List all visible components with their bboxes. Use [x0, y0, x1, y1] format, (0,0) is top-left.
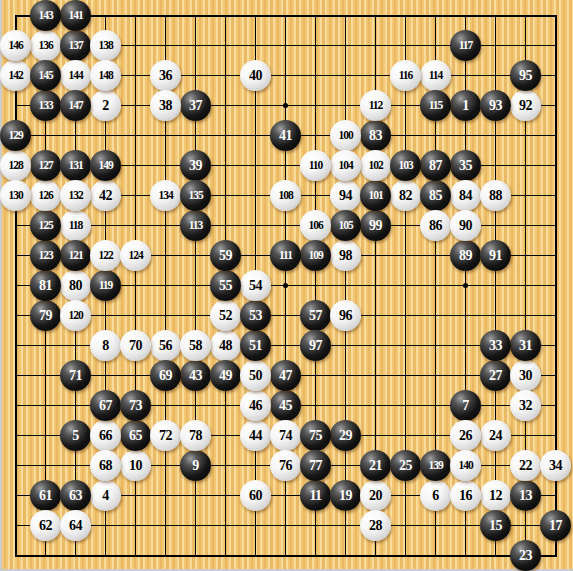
stone-white-94: 94	[330, 180, 361, 211]
stone-black-15: 15	[480, 510, 511, 541]
stone-white-58: 58	[180, 330, 211, 361]
move-number: 134	[158, 190, 172, 202]
stone-white-114: 114	[420, 60, 451, 91]
stone-black-129: 129	[0, 120, 31, 151]
move-number: 148	[98, 70, 112, 82]
stone-black-147: 147	[60, 90, 91, 121]
stone-white-26: 26	[450, 420, 481, 451]
move-number: 111	[279, 250, 292, 262]
stone-white-88: 88	[480, 180, 511, 211]
move-number: 6	[432, 489, 439, 503]
move-number: 89	[459, 249, 472, 263]
stone-white-98: 98	[330, 240, 361, 271]
move-number: 32	[519, 399, 532, 413]
move-number: 113	[189, 220, 203, 232]
stone-black-79: 79	[30, 300, 61, 331]
move-number: 147	[68, 100, 82, 112]
stone-black-75: 75	[300, 420, 331, 451]
move-number: 25	[399, 459, 412, 473]
move-number: 2	[102, 99, 109, 113]
move-number: 38	[159, 99, 172, 113]
move-number: 105	[338, 220, 352, 232]
move-number: 128	[8, 160, 22, 172]
grid-line-horizontal	[15, 555, 557, 557]
stone-black-63: 63	[60, 480, 91, 511]
move-number: 109	[308, 250, 322, 262]
stone-white-38: 38	[150, 90, 181, 121]
move-number: 117	[459, 40, 473, 52]
move-number: 116	[399, 70, 413, 82]
stone-white-46: 46	[240, 390, 271, 421]
stone-black-121: 121	[60, 240, 91, 271]
stone-white-128: 128	[0, 150, 31, 181]
move-number: 84	[459, 189, 472, 203]
move-number: 137	[68, 40, 82, 52]
stone-white-110: 110	[300, 150, 331, 181]
stone-white-134: 134	[150, 180, 181, 211]
stone-white-4: 4	[90, 480, 121, 511]
move-number: 76	[279, 459, 292, 473]
move-number: 40	[249, 69, 262, 83]
grid-line-horizontal	[15, 525, 557, 526]
stone-white-68: 68	[90, 450, 121, 481]
stone-black-19: 19	[330, 480, 361, 511]
stone-black-31: 31	[510, 330, 541, 361]
stone-black-83: 83	[360, 120, 391, 151]
stone-white-24: 24	[480, 420, 511, 451]
stone-white-74: 74	[270, 420, 301, 451]
move-number: 12	[489, 489, 502, 503]
move-number: 144	[68, 70, 82, 82]
move-number: 59	[219, 249, 232, 263]
stone-white-130: 130	[0, 180, 31, 211]
move-number: 13	[519, 489, 532, 503]
move-number: 70	[129, 339, 142, 353]
grid-line-horizontal	[15, 315, 557, 316]
move-number: 118	[69, 220, 83, 232]
stone-white-42: 42	[90, 180, 121, 211]
move-number: 11	[309, 489, 321, 503]
move-number: 146	[8, 40, 22, 52]
move-number: 127	[38, 160, 52, 172]
move-number: 27	[489, 369, 502, 383]
stone-white-62: 62	[30, 510, 61, 541]
stone-white-82: 82	[390, 180, 421, 211]
stone-white-10: 10	[120, 450, 151, 481]
stone-black-23: 23	[510, 540, 541, 571]
stone-black-139: 139	[420, 450, 451, 481]
stone-white-84: 84	[450, 180, 481, 211]
stone-white-48: 48	[210, 330, 241, 361]
move-number: 98	[339, 249, 352, 263]
move-number: 96	[339, 309, 352, 323]
move-number: 19	[339, 489, 352, 503]
move-number: 31	[519, 339, 532, 353]
stone-white-140: 140	[450, 450, 481, 481]
move-number: 54	[249, 279, 262, 293]
stone-black-45: 45	[270, 390, 301, 421]
move-number: 66	[99, 429, 112, 443]
stone-black-9: 9	[180, 450, 211, 481]
move-number: 44	[249, 429, 262, 443]
stone-white-70: 70	[120, 330, 151, 361]
move-number: 30	[519, 369, 532, 383]
move-number: 97	[309, 339, 322, 353]
stone-black-123: 123	[30, 240, 61, 271]
move-number: 68	[99, 459, 112, 473]
move-number: 79	[39, 309, 52, 323]
move-number: 85	[429, 189, 442, 203]
move-number: 46	[249, 399, 262, 413]
move-number: 87	[429, 159, 442, 173]
move-number: 53	[249, 309, 262, 323]
stone-white-104: 104	[330, 150, 361, 181]
move-number: 7	[462, 399, 469, 413]
move-number: 4	[102, 489, 109, 503]
move-number: 9	[192, 459, 199, 473]
stone-white-118: 118	[60, 210, 91, 241]
move-number: 75	[309, 429, 322, 443]
stone-black-115: 115	[420, 90, 451, 121]
move-number: 81	[39, 279, 52, 293]
stone-white-108: 108	[270, 180, 301, 211]
move-number: 110	[309, 160, 323, 172]
move-number: 145	[38, 70, 52, 82]
stone-white-142: 142	[0, 60, 31, 91]
stone-black-81: 81	[30, 270, 61, 301]
move-number: 41	[279, 129, 292, 143]
move-number: 142	[8, 70, 22, 82]
stone-black-47: 47	[270, 360, 301, 391]
move-number: 80	[69, 279, 82, 293]
stone-black-145: 145	[30, 60, 61, 91]
stone-white-112: 112	[360, 90, 391, 121]
stone-white-22: 22	[510, 450, 541, 481]
stone-white-50: 50	[240, 360, 271, 391]
move-number: 108	[278, 190, 292, 202]
move-number: 129	[8, 130, 22, 142]
move-number: 121	[68, 250, 82, 262]
move-number: 92	[519, 99, 532, 113]
stone-black-103: 103	[390, 150, 421, 181]
move-number: 91	[489, 249, 502, 263]
move-number: 20	[369, 489, 382, 503]
move-number: 136	[38, 40, 52, 52]
move-number: 24	[489, 429, 502, 443]
stone-white-136: 136	[30, 30, 61, 61]
stone-black-105: 105	[330, 210, 361, 241]
move-number: 35	[459, 159, 472, 173]
stone-black-89: 89	[450, 240, 481, 271]
move-number: 16	[459, 489, 472, 503]
move-number: 99	[369, 219, 382, 233]
move-number: 100	[338, 130, 352, 142]
stone-white-66: 66	[90, 420, 121, 451]
stone-black-141: 141	[60, 0, 91, 31]
stone-white-148: 148	[90, 60, 121, 91]
move-number: 90	[459, 219, 472, 233]
move-number: 10	[129, 459, 142, 473]
move-number: 55	[219, 279, 232, 293]
stone-black-109: 109	[300, 240, 331, 271]
stone-black-7: 7	[450, 390, 481, 421]
move-number: 5	[72, 429, 79, 443]
stone-white-32: 32	[510, 390, 541, 421]
stone-black-77: 77	[300, 450, 331, 481]
stone-white-144: 144	[60, 60, 91, 91]
stone-white-44: 44	[240, 420, 271, 451]
move-number: 50	[249, 369, 262, 383]
move-number: 47	[279, 369, 292, 383]
move-number: 83	[369, 129, 382, 143]
stone-white-54: 54	[240, 270, 271, 301]
move-number: 119	[99, 280, 113, 292]
move-number: 138	[98, 40, 112, 52]
move-number: 21	[369, 459, 382, 473]
stone-white-8: 8	[90, 330, 121, 361]
move-number: 17	[549, 519, 562, 533]
move-number: 77	[309, 459, 322, 473]
move-number: 36	[159, 69, 172, 83]
stone-black-49: 49	[210, 360, 241, 391]
move-number: 37	[189, 99, 202, 113]
move-number: 93	[489, 99, 502, 113]
move-number: 45	[279, 399, 292, 413]
stone-white-12: 12	[480, 480, 511, 511]
move-number: 86	[429, 219, 442, 233]
move-number: 72	[159, 429, 172, 443]
move-number: 101	[368, 190, 382, 202]
stone-white-138: 138	[90, 30, 121, 61]
stone-black-133: 133	[30, 90, 61, 121]
stone-white-60: 60	[240, 480, 271, 511]
move-number: 130	[8, 190, 22, 202]
move-number: 58	[189, 339, 202, 353]
move-number: 42	[99, 189, 112, 203]
star-point	[283, 283, 288, 288]
grid-line-vertical	[15, 15, 17, 557]
stone-white-102: 102	[360, 150, 391, 181]
grid-line-horizontal	[15, 15, 557, 17]
star-point	[463, 283, 468, 288]
move-number: 124	[128, 250, 142, 262]
stone-white-124: 124	[120, 240, 151, 271]
move-number: 29	[339, 429, 352, 443]
move-number: 123	[38, 250, 52, 262]
stone-black-87: 87	[420, 150, 451, 181]
stone-white-92: 92	[510, 90, 541, 121]
stone-white-72: 72	[150, 420, 181, 451]
move-number: 140	[458, 460, 472, 472]
stone-white-146: 146	[0, 30, 31, 61]
stone-black-57: 57	[300, 300, 331, 331]
stone-white-126: 126	[30, 180, 61, 211]
move-number: 65	[129, 429, 142, 443]
stone-white-20: 20	[360, 480, 391, 511]
stone-black-51: 51	[240, 330, 271, 361]
stone-white-76: 76	[270, 450, 301, 481]
stone-white-2: 2	[90, 90, 121, 121]
stone-black-5: 5	[60, 420, 91, 451]
stone-white-16: 16	[450, 480, 481, 511]
stone-white-40: 40	[240, 60, 271, 91]
stone-black-37: 37	[180, 90, 211, 121]
go-board[interactable]: 1245678910111213151617192021222324252627…	[0, 0, 573, 571]
stone-white-78: 78	[180, 420, 211, 451]
move-number: 135	[188, 190, 202, 202]
stone-white-56: 56	[150, 330, 181, 361]
stone-white-6: 6	[420, 480, 451, 511]
move-number: 103	[398, 160, 412, 172]
stone-black-41: 41	[270, 120, 301, 151]
stone-black-95: 95	[510, 60, 541, 91]
stone-black-39: 39	[180, 150, 211, 181]
stone-white-28: 28	[360, 510, 391, 541]
move-number: 122	[98, 250, 112, 262]
stone-white-34: 34	[540, 450, 571, 481]
stone-black-127: 127	[30, 150, 61, 181]
stone-black-59: 59	[210, 240, 241, 271]
stone-black-85: 85	[420, 180, 451, 211]
stone-black-143: 143	[30, 0, 61, 31]
stone-black-125: 125	[30, 210, 61, 241]
move-number: 82	[399, 189, 412, 203]
stone-white-86: 86	[420, 210, 451, 241]
stone-black-149: 149	[90, 150, 121, 181]
move-number: 71	[69, 369, 82, 383]
move-number: 22	[519, 459, 532, 473]
move-number: 126	[38, 190, 52, 202]
stone-black-17: 17	[540, 510, 571, 541]
stone-black-73: 73	[120, 390, 151, 421]
move-number: 112	[369, 100, 383, 112]
move-number: 114	[429, 70, 443, 82]
move-number: 15	[489, 519, 502, 533]
move-number: 67	[99, 399, 112, 413]
move-number: 1	[462, 99, 469, 113]
move-number: 94	[339, 189, 352, 203]
stone-black-131: 131	[60, 150, 91, 181]
move-number: 64	[69, 519, 82, 533]
stone-black-33: 33	[480, 330, 511, 361]
stone-black-111: 111	[270, 240, 301, 271]
stone-black-35: 35	[450, 150, 481, 181]
stone-black-101: 101	[360, 180, 391, 211]
stone-black-113: 113	[180, 210, 211, 241]
move-number: 60	[249, 489, 262, 503]
stone-black-135: 135	[180, 180, 211, 211]
stone-white-36: 36	[150, 60, 181, 91]
move-number: 120	[68, 310, 82, 322]
move-number: 61	[39, 489, 52, 503]
move-number: 95	[519, 69, 532, 83]
stone-black-53: 53	[240, 300, 271, 331]
stone-black-99: 99	[360, 210, 391, 241]
move-number: 74	[279, 429, 292, 443]
stone-black-13: 13	[510, 480, 541, 511]
move-number: 34	[549, 459, 562, 473]
move-number: 33	[489, 339, 502, 353]
move-number: 8	[102, 339, 109, 353]
stone-black-137: 137	[60, 30, 91, 61]
move-number: 106	[308, 220, 322, 232]
move-number: 26	[459, 429, 472, 443]
move-number: 49	[219, 369, 232, 383]
stone-black-55: 55	[210, 270, 241, 301]
stone-black-29: 29	[330, 420, 361, 451]
stone-white-64: 64	[60, 510, 91, 541]
move-number: 62	[39, 519, 52, 533]
stone-black-61: 61	[30, 480, 61, 511]
stone-black-91: 91	[480, 240, 511, 271]
stone-black-25: 25	[390, 450, 421, 481]
move-number: 133	[38, 100, 52, 112]
stone-black-1: 1	[450, 90, 481, 121]
move-number: 73	[129, 399, 142, 413]
stone-black-27: 27	[480, 360, 511, 391]
stone-white-52: 52	[210, 300, 241, 331]
stone-white-96: 96	[330, 300, 361, 331]
stone-white-132: 132	[60, 180, 91, 211]
move-number: 78	[189, 429, 202, 443]
move-number: 23	[519, 549, 532, 563]
move-number: 115	[429, 100, 443, 112]
stone-white-80: 80	[60, 270, 91, 301]
stone-white-100: 100	[330, 120, 361, 151]
move-number: 149	[98, 160, 112, 172]
move-number: 52	[219, 309, 232, 323]
move-number: 57	[309, 309, 322, 323]
stone-black-65: 65	[120, 420, 151, 451]
stone-white-30: 30	[510, 360, 541, 391]
move-number: 125	[38, 220, 52, 232]
move-number: 132	[68, 190, 82, 202]
move-number: 143	[38, 10, 52, 22]
stone-white-120: 120	[60, 300, 91, 331]
move-number: 51	[249, 339, 262, 353]
stone-black-119: 119	[90, 270, 121, 301]
star-point	[283, 103, 288, 108]
move-number: 88	[489, 189, 502, 203]
move-number: 104	[338, 160, 352, 172]
stone-black-67: 67	[90, 390, 121, 421]
grid-line-vertical	[345, 15, 346, 557]
stone-black-97: 97	[300, 330, 331, 361]
stone-black-21: 21	[360, 450, 391, 481]
stone-white-122: 122	[90, 240, 121, 271]
stone-black-71: 71	[60, 360, 91, 391]
stone-black-43: 43	[180, 360, 211, 391]
move-number: 56	[159, 339, 172, 353]
stone-white-90: 90	[450, 210, 481, 241]
move-number: 141	[68, 10, 82, 22]
move-number: 39	[189, 159, 202, 173]
move-number: 43	[189, 369, 202, 383]
stone-black-69: 69	[150, 360, 181, 391]
stone-black-93: 93	[480, 90, 511, 121]
move-number: 48	[219, 339, 232, 353]
move-number: 102	[368, 160, 382, 172]
stone-black-11: 11	[300, 480, 331, 511]
move-number: 69	[159, 369, 172, 383]
board-edge-left	[0, 0, 2, 571]
stone-white-106: 106	[300, 210, 331, 241]
stone-white-116: 116	[390, 60, 421, 91]
move-number: 28	[369, 519, 382, 533]
move-number: 131	[68, 160, 82, 172]
move-number: 139	[428, 460, 442, 472]
move-number: 63	[69, 489, 82, 503]
